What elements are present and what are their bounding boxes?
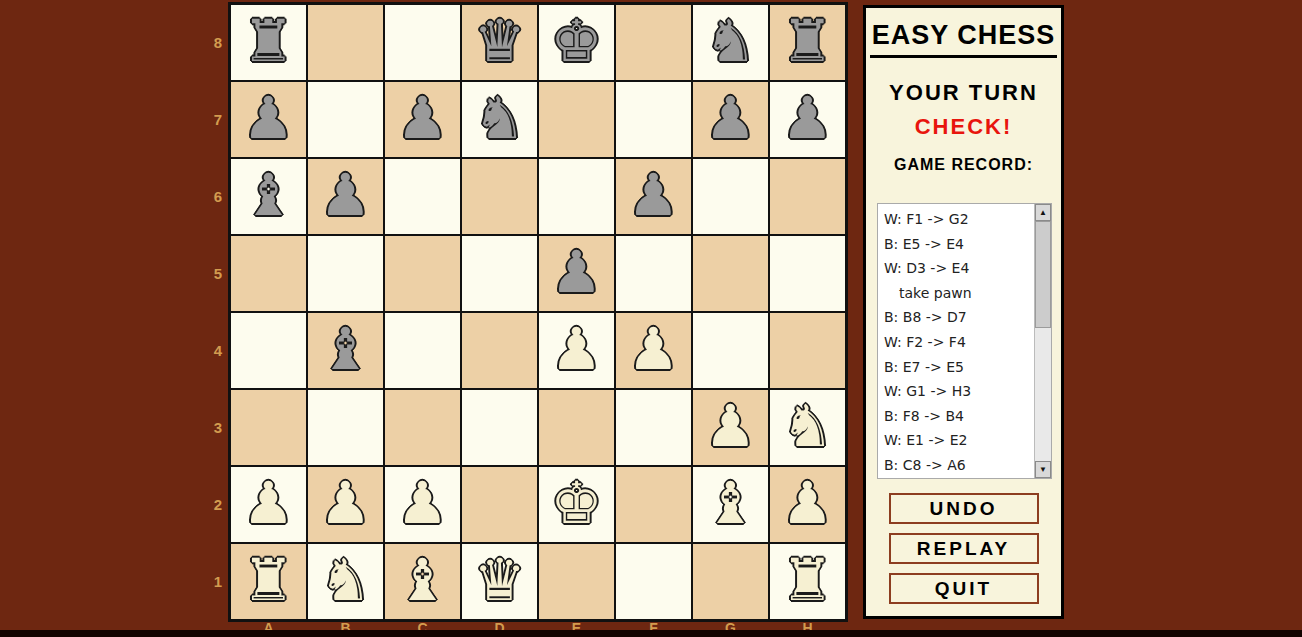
piece-white-pawn[interactable]: ♟	[231, 467, 306, 542]
square-d6[interactable]	[462, 159, 537, 234]
square-c8[interactable]	[385, 5, 460, 80]
quit-button[interactable]: QUIT	[889, 573, 1039, 604]
rank-label-5: 5	[196, 236, 222, 311]
square-f8[interactable]	[616, 5, 691, 80]
square-c7[interactable]: ♟	[385, 82, 460, 157]
piece-white-pawn[interactable]: ♟	[693, 390, 768, 465]
square-b4[interactable]: ♝	[308, 313, 383, 388]
square-b8[interactable]	[308, 5, 383, 80]
piece-black-pawn[interactable]: ♟	[770, 82, 845, 157]
square-b5[interactable]	[308, 236, 383, 311]
square-g1[interactable]	[693, 544, 768, 619]
square-b7[interactable]	[308, 82, 383, 157]
game-record-listbox[interactable]: W: F1 -> G2B: E5 -> E4W: D3 -> E4take pa…	[877, 203, 1052, 479]
square-b2[interactable]: ♟	[308, 467, 383, 542]
rank-label-8: 8	[196, 5, 222, 80]
piece-black-queen[interactable]: ♛	[462, 5, 537, 80]
piece-white-knight[interactable]: ♞	[770, 390, 845, 465]
move-entry: B: E7 -> E5	[884, 355, 1051, 380]
piece-black-rook[interactable]: ♜	[770, 5, 845, 80]
square-g8[interactable]: ♞	[693, 5, 768, 80]
rank-label-2: 2	[196, 467, 222, 542]
square-f7[interactable]	[616, 82, 691, 157]
game-record-label: GAME RECORD:	[866, 156, 1061, 174]
move-entry: W: F2 -> F4	[884, 330, 1051, 355]
square-e8[interactable]: ♚	[539, 5, 614, 80]
square-b1[interactable]: ♞	[308, 544, 383, 619]
square-c5[interactable]	[385, 236, 460, 311]
square-f3[interactable]	[616, 390, 691, 465]
square-f5[interactable]	[616, 236, 691, 311]
square-a7[interactable]: ♟	[231, 82, 306, 157]
piece-white-pawn[interactable]: ♟	[385, 467, 460, 542]
piece-white-rook[interactable]: ♜	[231, 544, 306, 619]
square-f2[interactable]	[616, 467, 691, 542]
square-b6[interactable]: ♟	[308, 159, 383, 234]
square-g6[interactable]	[693, 159, 768, 234]
piece-black-bishop[interactable]: ♝	[308, 313, 383, 388]
square-d2[interactable]	[462, 467, 537, 542]
square-a5[interactable]	[231, 236, 306, 311]
move-entry: B: B8 -> D7	[884, 305, 1051, 330]
rank-label-6: 6	[196, 159, 222, 234]
square-g5[interactable]	[693, 236, 768, 311]
rank-labels: 87654321	[196, 2, 222, 622]
square-a8[interactable]: ♜	[231, 5, 306, 80]
piece-white-pawn[interactable]: ♟	[308, 467, 383, 542]
square-f6[interactable]: ♟	[616, 159, 691, 234]
square-h5[interactable]	[770, 236, 845, 311]
square-e3[interactable]	[539, 390, 614, 465]
scroll-down-icon[interactable]: ▼	[1035, 461, 1051, 478]
rank-label-1: 1	[196, 544, 222, 619]
turn-status: YOUR TURN	[866, 80, 1061, 106]
square-d1[interactable]: ♛	[462, 544, 537, 619]
piece-black-rook[interactable]: ♜	[231, 5, 306, 80]
square-g3[interactable]: ♟	[693, 390, 768, 465]
square-g7[interactable]: ♟	[693, 82, 768, 157]
side-panel: EASY CHESS YOUR TURN CHECK! GAME RECORD:…	[863, 5, 1064, 619]
move-entry: B: F8 -> B4	[884, 404, 1051, 429]
piece-black-pawn[interactable]: ♟	[231, 82, 306, 157]
move-entry: W: D3 -> E4	[884, 256, 1051, 281]
square-d3[interactable]	[462, 390, 537, 465]
square-c2[interactable]: ♟	[385, 467, 460, 542]
rank-label-3: 3	[196, 390, 222, 465]
piece-black-bishop[interactable]: ♝	[231, 159, 306, 234]
piece-black-knight[interactable]: ♞	[462, 82, 537, 157]
square-c6[interactable]	[385, 159, 460, 234]
square-h8[interactable]: ♜	[770, 5, 845, 80]
square-h1[interactable]: ♜	[770, 544, 845, 619]
replay-button[interactable]: REPLAY	[889, 533, 1039, 564]
square-h2[interactable]: ♟	[770, 467, 845, 542]
square-e4[interactable]: ♟	[539, 313, 614, 388]
move-entry: W: G1 -> H3	[884, 379, 1051, 404]
square-d8[interactable]: ♛	[462, 5, 537, 80]
move-list: W: F1 -> G2B: E5 -> E4W: D3 -> E4take pa…	[878, 204, 1051, 478]
piece-white-king[interactable]: ♚	[539, 467, 614, 542]
piece-black-pawn[interactable]: ♟	[693, 82, 768, 157]
square-g4[interactable]	[693, 313, 768, 388]
record-scrollbar[interactable]: ▲ ▼	[1034, 204, 1051, 478]
square-c1[interactable]: ♝	[385, 544, 460, 619]
move-entry: B: C8 -> A6	[884, 453, 1051, 478]
square-d4[interactable]	[462, 313, 537, 388]
square-e7[interactable]	[539, 82, 614, 157]
scrollbar-thumb[interactable]	[1035, 221, 1051, 328]
move-entry: W: E1 -> E2	[884, 428, 1051, 453]
square-h7[interactable]: ♟	[770, 82, 845, 157]
undo-button[interactable]: UNDO	[889, 493, 1039, 524]
square-h6[interactable]	[770, 159, 845, 234]
square-h3[interactable]: ♞	[770, 390, 845, 465]
square-f4[interactable]: ♟	[616, 313, 691, 388]
square-e1[interactable]	[539, 544, 614, 619]
square-c4[interactable]	[385, 313, 460, 388]
piece-white-rook[interactable]: ♜	[770, 544, 845, 619]
chess-board[interactable]: ♜♛♚♞♜♟♟♞♟♟♝♟♟♟♝♟♟♟♞♟♟♟♚♝♟♜♞♝♛♜	[228, 2, 848, 622]
piece-white-queen[interactable]: ♛	[462, 544, 537, 619]
rank-label-4: 4	[196, 313, 222, 388]
piece-white-knight[interactable]: ♞	[308, 544, 383, 619]
square-a6[interactable]: ♝	[231, 159, 306, 234]
piece-black-pawn[interactable]: ♟	[616, 159, 691, 234]
piece-white-bishop[interactable]: ♝	[693, 467, 768, 542]
piece-black-pawn[interactable]: ♟	[385, 82, 460, 157]
bottom-border-strip	[0, 630, 1302, 637]
square-a4[interactable]	[231, 313, 306, 388]
move-entry: take pawn	[884, 281, 1051, 306]
square-f1[interactable]	[616, 544, 691, 619]
square-a1[interactable]: ♜	[231, 544, 306, 619]
scroll-up-icon[interactable]: ▲	[1035, 204, 1051, 221]
piece-black-pawn[interactable]: ♟	[308, 159, 383, 234]
square-d5[interactable]	[462, 236, 537, 311]
app-title: EASY CHESS	[866, 20, 1061, 58]
square-e2[interactable]: ♚	[539, 467, 614, 542]
square-a2[interactable]: ♟	[231, 467, 306, 542]
square-e6[interactable]	[539, 159, 614, 234]
square-g2[interactable]: ♝	[693, 467, 768, 542]
square-e5[interactable]: ♟	[539, 236, 614, 311]
piece-black-king[interactable]: ♚	[539, 5, 614, 80]
piece-black-knight[interactable]: ♞	[693, 5, 768, 80]
piece-white-pawn[interactable]: ♟	[539, 313, 614, 388]
piece-black-pawn[interactable]: ♟	[539, 236, 614, 311]
move-entry: W: F1 -> G2	[884, 207, 1051, 232]
piece-white-pawn[interactable]: ♟	[616, 313, 691, 388]
square-d7[interactable]: ♞	[462, 82, 537, 157]
square-c3[interactable]	[385, 390, 460, 465]
square-a3[interactable]	[231, 390, 306, 465]
check-alert: CHECK!	[866, 114, 1061, 140]
square-h4[interactable]	[770, 313, 845, 388]
piece-white-pawn[interactable]: ♟	[770, 467, 845, 542]
action-buttons: UNDO REPLAY QUIT	[866, 493, 1061, 604]
rank-label-7: 7	[196, 82, 222, 157]
move-entry: B: E5 -> E4	[884, 232, 1051, 257]
square-b3[interactable]	[308, 390, 383, 465]
piece-white-bishop[interactable]: ♝	[385, 544, 460, 619]
